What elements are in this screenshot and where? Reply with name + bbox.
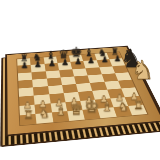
square-h5 — [115, 72, 132, 81]
square-a5 — [18, 80, 33, 89]
square-a1: ♜ — [20, 114, 37, 125]
square-b5 — [32, 78, 47, 87]
square-c5 — [46, 77, 61, 86]
square-h7: ♟ — [109, 58, 125, 66]
chess-set-photo: ♜♞♝♛♚♝♞♜♟♟♟♟♟♟♟♟♟♟♟♟♟♟♟♟♜♞♝♛♚♝♞♜ ♞♞ — [0, 0, 160, 160]
square-b3 — [34, 94, 50, 104]
square-d5 — [60, 76, 76, 85]
chess-board: ♜♞♝♛♚♝♞♜♟♟♟♟♟♟♟♟♟♟♟♟♟♟♟♟♜♞♝♛♚♝♞♜ — [5, 46, 160, 137]
square-a4 — [19, 87, 34, 97]
square-b1: ♞ — [36, 112, 53, 123]
board-frame: ♜♞♝♛♚♝♞♜♟♟♟♟♟♟♟♟♟♟♟♟♟♟♟♟♜♞♝♛♚♝♞♜ — [5, 46, 160, 137]
square-c7: ♟ — [44, 63, 59, 71]
square-b7: ♟ — [31, 64, 45, 72]
square-h1: ♜ — [128, 105, 147, 116]
square-c1: ♝ — [51, 111, 69, 122]
board-squares: ♜♞♝♛♚♝♞♜♟♟♟♟♟♟♟♟♟♟♟♟♟♟♟♟♜♞♝♛♚♝♞♜ — [16, 52, 148, 127]
